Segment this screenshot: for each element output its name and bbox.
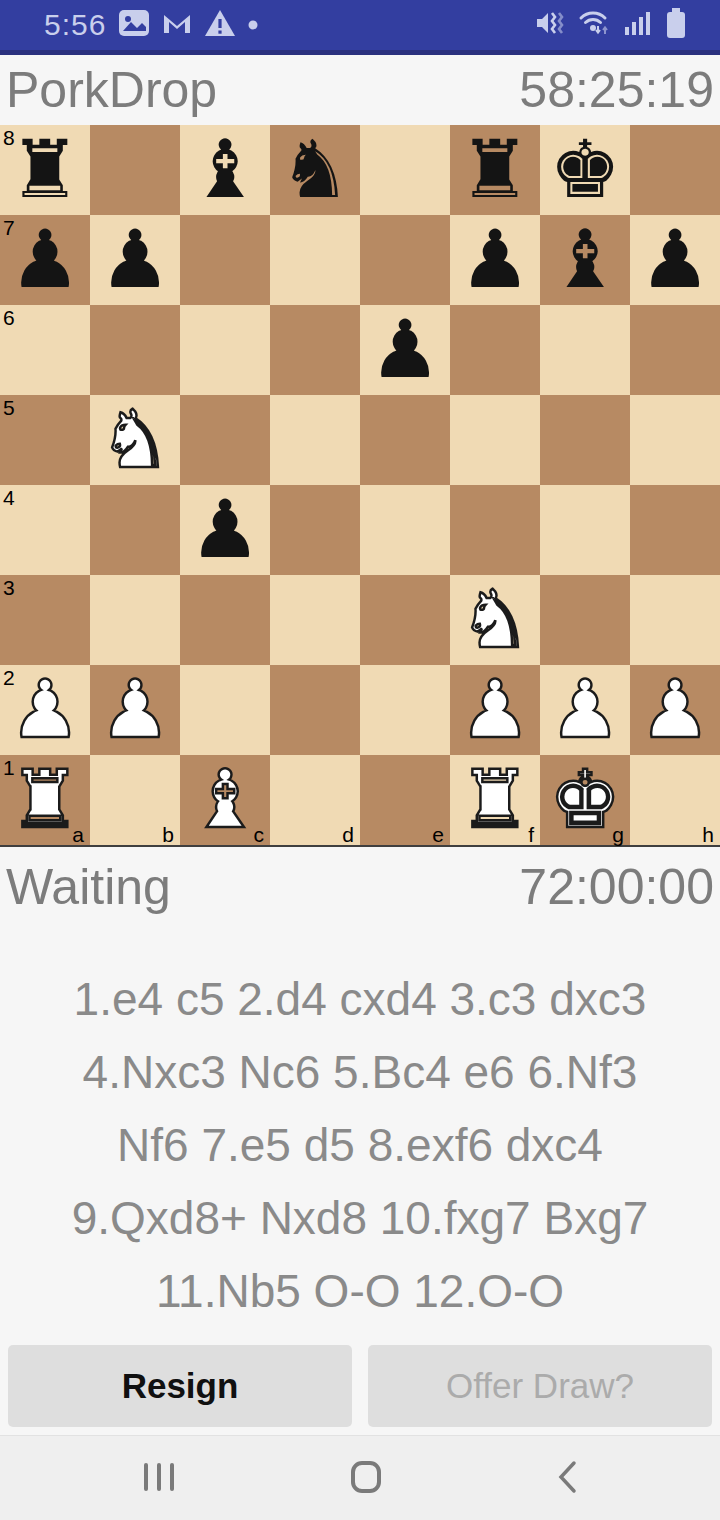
square-c2[interactable]: [180, 665, 270, 755]
square-c3[interactable]: [180, 575, 270, 665]
black-knight: ♞: [279, 125, 351, 215]
battery-icon: [666, 8, 686, 42]
square-b5[interactable]: ♞: [90, 395, 180, 485]
white-pawn: ♟: [549, 665, 621, 755]
square-h8[interactable]: [630, 125, 720, 215]
square-f7[interactable]: ♟: [450, 215, 540, 305]
square-a4[interactable]: 4: [0, 485, 90, 575]
photo-icon: [119, 10, 149, 40]
rank-label-8: 8: [3, 127, 15, 148]
player-status: Waiting: [6, 858, 171, 916]
gmail-icon: [162, 11, 192, 39]
navigation-bar: [0, 1435, 720, 1520]
rank-label-7: 7: [3, 217, 15, 238]
square-h1[interactable]: h: [630, 755, 720, 845]
file-label-c: c: [254, 824, 265, 845]
square-g1[interactable]: g♚: [540, 755, 630, 845]
wifi-icon: [578, 9, 612, 41]
opponent-row: PorkDrop 58:25:19: [0, 55, 720, 125]
clock-time: 5:56: [44, 8, 106, 42]
square-h6[interactable]: [630, 305, 720, 395]
opponent-clock: 58:25:19: [519, 61, 714, 119]
square-g7[interactable]: ♝: [540, 215, 630, 305]
square-e6[interactable]: ♟: [360, 305, 450, 395]
file-label-f: f: [528, 824, 534, 845]
white-rook: ♜: [459, 755, 531, 845]
square-h4[interactable]: [630, 485, 720, 575]
file-label-g: g: [612, 824, 624, 845]
square-b7[interactable]: ♟: [90, 215, 180, 305]
square-d3[interactable]: [270, 575, 360, 665]
square-e1[interactable]: e: [360, 755, 450, 845]
black-bishop: ♝: [189, 125, 261, 215]
square-c7[interactable]: [180, 215, 270, 305]
square-d2[interactable]: [270, 665, 360, 755]
notification-dot: [248, 16, 258, 34]
square-c5[interactable]: [180, 395, 270, 485]
square-a8[interactable]: 8♜: [0, 125, 90, 215]
move-line: 9.Qxd8+ Nxd8 10.fxg7 Bxg7: [0, 1182, 720, 1255]
black-rook: ♜: [459, 125, 531, 215]
square-h3[interactable]: [630, 575, 720, 665]
rank-label-3: 3: [3, 577, 15, 598]
vibrate-mute-icon: [535, 10, 565, 40]
square-h5[interactable]: [630, 395, 720, 485]
action-bar: Resign Offer Draw?: [8, 1345, 712, 1427]
black-pawn: ♟: [189, 485, 261, 575]
square-f6[interactable]: [450, 305, 540, 395]
black-pawn: ♟: [459, 215, 531, 305]
recents-icon: [142, 1462, 176, 1495]
square-a3[interactable]: 3: [0, 575, 90, 665]
square-f3[interactable]: ♞: [450, 575, 540, 665]
square-d6[interactable]: [270, 305, 360, 395]
back-button[interactable]: [546, 1450, 588, 1507]
square-b1[interactable]: b: [90, 755, 180, 845]
rank-label-6: 6: [3, 307, 15, 328]
square-g2[interactable]: ♟: [540, 665, 630, 755]
file-label-h: h: [702, 824, 714, 845]
square-b2[interactable]: ♟: [90, 665, 180, 755]
square-f2[interactable]: ♟: [450, 665, 540, 755]
square-f1[interactable]: f♜: [450, 755, 540, 845]
square-e7[interactable]: [360, 215, 450, 305]
move-line: 11.Nb5 O-O 12.O-O: [0, 1255, 720, 1328]
square-f8[interactable]: ♜: [450, 125, 540, 215]
square-a2[interactable]: 2♟: [0, 665, 90, 755]
white-knight: ♞: [459, 575, 531, 665]
square-c4[interactable]: ♟: [180, 485, 270, 575]
white-bishop: ♝: [189, 755, 261, 845]
white-knight: ♞: [99, 395, 171, 485]
black-bishop: ♝: [549, 215, 621, 305]
black-king: ♚: [549, 125, 621, 215]
file-label-d: d: [342, 824, 354, 845]
square-h2[interactable]: ♟: [630, 665, 720, 755]
rank-label-4: 4: [3, 487, 15, 508]
square-a6[interactable]: 6: [0, 305, 90, 395]
rank-label-5: 5: [3, 397, 15, 418]
player-clock: 72:00:00: [519, 858, 714, 916]
square-g5[interactable]: [540, 395, 630, 485]
square-h7[interactable]: ♟: [630, 215, 720, 305]
square-d7[interactable]: [270, 215, 360, 305]
square-b8[interactable]: [90, 125, 180, 215]
white-king: ♚: [549, 755, 621, 845]
square-a7[interactable]: 7♟: [0, 215, 90, 305]
rank-label-1: 1: [3, 757, 15, 778]
opponent-name: PorkDrop: [6, 61, 217, 119]
black-pawn: ♟: [99, 215, 171, 305]
black-pawn: ♟: [9, 215, 81, 305]
file-label-e: e: [432, 824, 444, 845]
black-rook: ♜: [9, 125, 81, 215]
player-row: Waiting 72:00:00: [0, 847, 720, 927]
square-d1[interactable]: d: [270, 755, 360, 845]
home-button[interactable]: [340, 1450, 392, 1507]
move-line: 1.e4 c5 2.d4 cxd4 3.c3 dxc3: [0, 963, 720, 1036]
white-pawn: ♟: [459, 665, 531, 755]
black-pawn: ♟: [369, 305, 441, 395]
signal-icon: [625, 10, 653, 40]
square-g4[interactable]: [540, 485, 630, 575]
white-rook: ♜: [9, 755, 81, 845]
square-e8[interactable]: [360, 125, 450, 215]
square-c6[interactable]: [180, 305, 270, 395]
white-pawn: ♟: [9, 665, 81, 755]
warning-icon: [205, 10, 235, 40]
square-g3[interactable]: [540, 575, 630, 665]
square-d4[interactable]: [270, 485, 360, 575]
square-g8[interactable]: ♚: [540, 125, 630, 215]
offer-draw-button[interactable]: Offer Draw?: [368, 1345, 712, 1427]
rank-label-2: 2: [3, 667, 15, 688]
square-e5[interactable]: [360, 395, 450, 485]
file-label-a: a: [72, 824, 84, 845]
square-f4[interactable]: [450, 485, 540, 575]
file-label-b: b: [162, 824, 174, 845]
white-pawn: ♟: [639, 665, 711, 755]
square-b6[interactable]: [90, 305, 180, 395]
square-a1[interactable]: 1a♜: [0, 755, 90, 845]
square-g6[interactable]: [540, 305, 630, 395]
square-b4[interactable]: [90, 485, 180, 575]
square-e2[interactable]: [360, 665, 450, 755]
move-line: 4.Nxc3 Nc6 5.Bc4 e6 6.Nf3: [0, 1036, 720, 1109]
home-icon: [350, 1460, 382, 1497]
square-a5[interactable]: 5: [0, 395, 90, 485]
resign-button[interactable]: Resign: [8, 1345, 352, 1427]
move-list: 1.e4 c5 2.d4 cxd4 3.c3 dxc3 4.Nxc3 Nc6 5…: [0, 927, 720, 1345]
square-b3[interactable]: [90, 575, 180, 665]
square-d5[interactable]: [270, 395, 360, 485]
white-pawn: ♟: [99, 665, 171, 755]
square-f5[interactable]: [450, 395, 540, 485]
back-icon: [556, 1460, 578, 1497]
board[interactable]: 8♜♝♞♜♚7♟♟♟♝♟6♟5♞4♟3♞2♟♟♟♟♟1a♜bc♝def♜g♚h: [0, 125, 720, 847]
square-c1[interactable]: c♝: [180, 755, 270, 845]
square-c8[interactable]: ♝: [180, 125, 270, 215]
black-pawn: ♟: [639, 215, 711, 305]
square-d8[interactable]: ♞: [270, 125, 360, 215]
move-line: Nf6 7.e5 d5 8.exf6 dxc4: [0, 1109, 720, 1182]
status-bar: 5:56: [0, 0, 720, 50]
square-e3[interactable]: [360, 575, 450, 665]
recents-button[interactable]: [132, 1452, 186, 1505]
square-e4[interactable]: [360, 485, 450, 575]
